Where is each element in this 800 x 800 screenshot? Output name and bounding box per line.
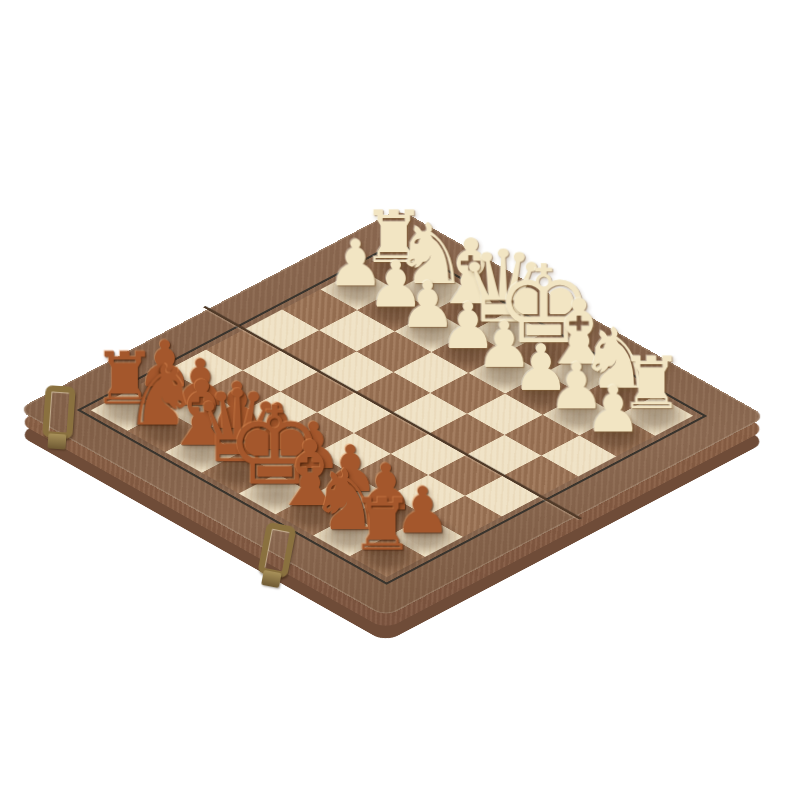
square-h7[interactable]: ♟ [580, 415, 655, 456]
brass-clasp-upper [42, 385, 76, 439]
chess-board: ♜♞♝♛♚♝♞♜♟♟♟♟♟♟♟♟♟♟♟♟♟♟♟♟♜♞♝♛♚♝♞♜ [17, 209, 766, 617]
square-h1[interactable]: ♜ [350, 536, 425, 577]
board-frame: ♜♞♝♛♚♝♞♜♟♟♟♟♟♟♟♟♟♟♟♟♟♟♟♟♜♞♝♛♚♝♞♜ [17, 209, 766, 617]
brass-clasp-loop-icon [42, 385, 76, 439]
dark-rook-piece[interactable]: ♜ [313, 489, 453, 561]
white-pawn-piece[interactable]: ♟ [543, 378, 683, 442]
brass-clasp-tab-icon [261, 570, 282, 588]
product-photo-scene: ♜♞♝♛♚♝♞♜♟♟♟♟♟♟♟♟♟♟♟♟♟♟♟♟♜♞♝♛♚♝♞♜ [0, 0, 800, 800]
brass-clasp-tab-icon [47, 433, 66, 449]
